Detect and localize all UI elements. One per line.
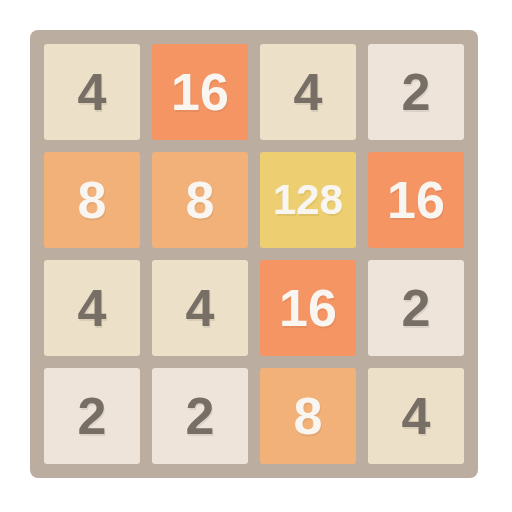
tile-r1c1-value-4: 4 — [44, 44, 140, 140]
game-2048-screen: 416428812816441622284 — [0, 0, 512, 512]
tile-r2c4-value-16: 16 — [368, 152, 464, 248]
tile-r2c3-value-128: 128 — [260, 152, 356, 248]
tile-r4c2-value-2: 2 — [152, 368, 248, 464]
tile-r2c1-value-8: 8 — [44, 152, 140, 248]
tile-r4c3-value-8: 8 — [260, 368, 356, 464]
tile-r2c2-value-8: 8 — [152, 152, 248, 248]
tile-r4c4-value-4: 4 — [368, 368, 464, 464]
board-2048[interactable]: 416428812816441622284 — [30, 30, 478, 478]
tile-r4c1-value-2: 2 — [44, 368, 140, 464]
tile-r3c3-value-16: 16 — [260, 260, 356, 356]
tile-r1c2-value-16: 16 — [152, 44, 248, 140]
tile-r1c3-value-4: 4 — [260, 44, 356, 140]
tile-r1c4-value-2: 2 — [368, 44, 464, 140]
tile-r3c4-value-2: 2 — [368, 260, 464, 356]
tile-r3c2-value-4: 4 — [152, 260, 248, 356]
tile-r3c1-value-4: 4 — [44, 260, 140, 356]
